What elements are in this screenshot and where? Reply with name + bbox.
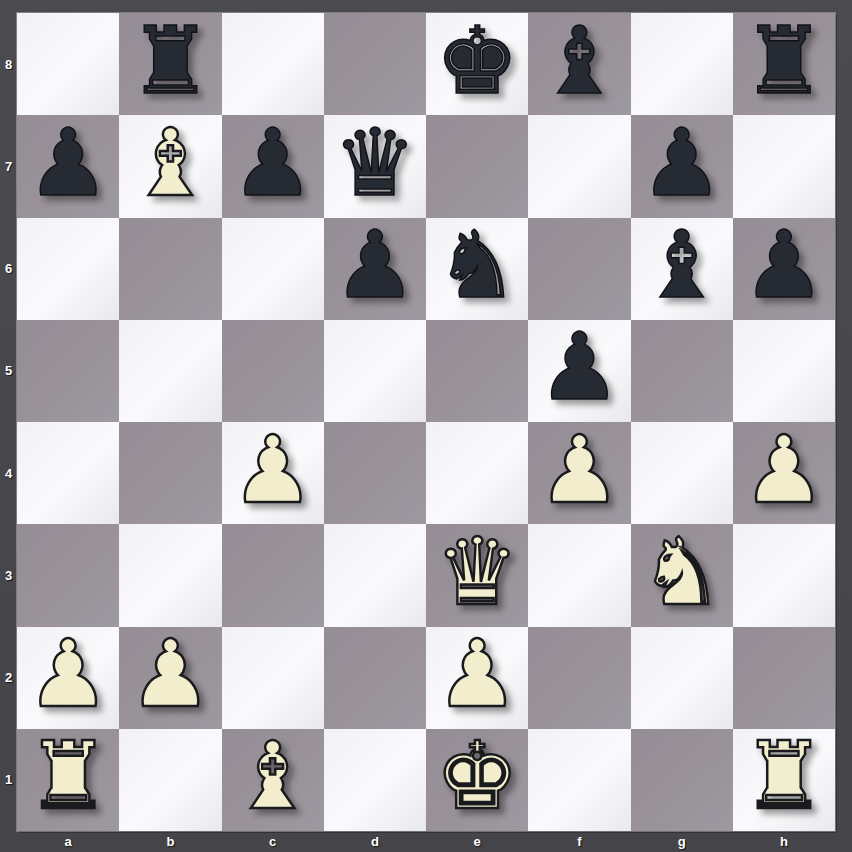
square-d3[interactable]: [324, 524, 426, 626]
piece-white-queen[interactable]: ♛: [435, 526, 518, 619]
square-b1[interactable]: [119, 729, 221, 831]
piece-white-pawn[interactable]: ♟: [26, 628, 109, 721]
square-a1[interactable]: ♜: [17, 729, 119, 831]
square-f8[interactable]: ♝: [528, 13, 630, 115]
square-b3[interactable]: [119, 524, 221, 626]
square-g4[interactable]: [631, 422, 733, 524]
rank-label-5: 5: [0, 320, 17, 422]
square-a6[interactable]: [17, 218, 119, 320]
square-d4[interactable]: [324, 422, 426, 524]
square-b7[interactable]: ♝: [119, 115, 221, 217]
piece-black-pawn[interactable]: ♟: [333, 219, 416, 312]
rank-label-3: 3: [0, 524, 17, 626]
square-g7[interactable]: ♟: [631, 115, 733, 217]
square-c6[interactable]: [222, 218, 324, 320]
piece-black-queen[interactable]: ♛: [333, 117, 416, 210]
piece-white-pawn[interactable]: ♟: [742, 424, 825, 517]
square-f3[interactable]: [528, 524, 630, 626]
piece-white-bishop[interactable]: ♝: [129, 117, 212, 210]
file-coordinates: abcdefgh: [17, 831, 835, 852]
square-e4[interactable]: [426, 422, 528, 524]
square-f2[interactable]: [528, 627, 630, 729]
square-f1[interactable]: [528, 729, 630, 831]
piece-black-bishop[interactable]: ♝: [538, 15, 621, 108]
square-e6[interactable]: ♞: [426, 218, 528, 320]
piece-white-rook[interactable]: ♜: [742, 730, 825, 823]
chess-board[interactable]: ♜♚♝♜♟♝♟♛♟♟♞♝♟♟♟♟♟♛♞♟♟♟♜♝♚♜: [17, 13, 835, 831]
square-a3[interactable]: [17, 524, 119, 626]
square-d8[interactable]: [324, 13, 426, 115]
square-h2[interactable]: [733, 627, 835, 729]
piece-white-pawn[interactable]: ♟: [435, 628, 518, 721]
rank-label-6: 6: [0, 218, 17, 320]
square-g3[interactable]: ♞: [631, 524, 733, 626]
chess-board-frame: 87654321 ♜♚♝♜♟♝♟♛♟♟♞♝♟♟♟♟♟♛♞♟♟♟♜♝♚♜ abcd…: [0, 0, 852, 852]
square-c8[interactable]: [222, 13, 324, 115]
square-e1[interactable]: ♚: [426, 729, 528, 831]
square-h5[interactable]: [733, 320, 835, 422]
rank-label-7: 7: [0, 115, 17, 217]
piece-black-pawn[interactable]: ♟: [538, 321, 621, 414]
square-h1[interactable]: ♜: [733, 729, 835, 831]
square-h3[interactable]: [733, 524, 835, 626]
square-d6[interactable]: ♟: [324, 218, 426, 320]
square-c2[interactable]: [222, 627, 324, 729]
square-g5[interactable]: [631, 320, 733, 422]
square-c5[interactable]: [222, 320, 324, 422]
square-h6[interactable]: ♟: [733, 218, 835, 320]
square-f7[interactable]: [528, 115, 630, 217]
piece-black-rook[interactable]: ♜: [129, 15, 212, 108]
piece-black-knight[interactable]: ♞: [435, 219, 518, 312]
piece-black-king[interactable]: ♚: [435, 15, 518, 108]
piece-white-king[interactable]: ♚: [435, 730, 518, 823]
square-e8[interactable]: ♚: [426, 13, 528, 115]
piece-black-bishop[interactable]: ♝: [640, 219, 723, 312]
piece-white-knight[interactable]: ♞: [640, 526, 723, 619]
square-c3[interactable]: [222, 524, 324, 626]
piece-white-pawn[interactable]: ♟: [129, 628, 212, 721]
square-a4[interactable]: [17, 422, 119, 524]
rank-label-2: 2: [0, 627, 17, 729]
square-e5[interactable]: [426, 320, 528, 422]
piece-black-pawn[interactable]: ♟: [26, 117, 109, 210]
square-b5[interactable]: [119, 320, 221, 422]
square-d5[interactable]: [324, 320, 426, 422]
rank-coordinates: 87654321: [0, 13, 17, 831]
file-label-c: c: [222, 831, 324, 852]
piece-black-pawn[interactable]: ♟: [640, 117, 723, 210]
square-h4[interactable]: ♟: [733, 422, 835, 524]
square-g8[interactable]: [631, 13, 733, 115]
square-b2[interactable]: ♟: [119, 627, 221, 729]
square-e7[interactable]: [426, 115, 528, 217]
piece-black-pawn[interactable]: ♟: [231, 117, 314, 210]
square-h8[interactable]: ♜: [733, 13, 835, 115]
piece-white-rook[interactable]: ♜: [26, 730, 109, 823]
square-a7[interactable]: ♟: [17, 115, 119, 217]
square-a5[interactable]: [17, 320, 119, 422]
piece-black-pawn[interactable]: ♟: [742, 219, 825, 312]
piece-black-rook[interactable]: ♜: [742, 15, 825, 108]
file-label-a: a: [17, 831, 119, 852]
square-f4[interactable]: ♟: [528, 422, 630, 524]
square-c7[interactable]: ♟: [222, 115, 324, 217]
square-d7[interactable]: ♛: [324, 115, 426, 217]
square-b8[interactable]: ♜: [119, 13, 221, 115]
file-label-d: d: [324, 831, 426, 852]
rank-label-4: 4: [0, 422, 17, 524]
square-g6[interactable]: ♝: [631, 218, 733, 320]
square-g1[interactable]: [631, 729, 733, 831]
square-f5[interactable]: ♟: [528, 320, 630, 422]
square-b4[interactable]: [119, 422, 221, 524]
file-label-f: f: [528, 831, 630, 852]
square-e2[interactable]: ♟: [426, 627, 528, 729]
square-f6[interactable]: [528, 218, 630, 320]
square-g2[interactable]: [631, 627, 733, 729]
rank-label-8: 8: [0, 13, 17, 115]
square-d1[interactable]: [324, 729, 426, 831]
square-a2[interactable]: ♟: [17, 627, 119, 729]
square-h7[interactable]: [733, 115, 835, 217]
square-d2[interactable]: [324, 627, 426, 729]
square-a8[interactable]: [17, 13, 119, 115]
piece-white-bishop[interactable]: ♝: [231, 730, 314, 823]
rank-label-1: 1: [0, 729, 17, 831]
square-b6[interactable]: [119, 218, 221, 320]
square-c4[interactable]: ♟: [222, 422, 324, 524]
piece-white-pawn[interactable]: ♟: [538, 424, 621, 517]
file-label-h: h: [733, 831, 835, 852]
file-label-g: g: [631, 831, 733, 852]
file-label-b: b: [119, 831, 221, 852]
square-e3[interactable]: ♛: [426, 524, 528, 626]
square-c1[interactable]: ♝: [222, 729, 324, 831]
file-label-e: e: [426, 831, 528, 852]
piece-white-pawn[interactable]: ♟: [231, 424, 314, 517]
